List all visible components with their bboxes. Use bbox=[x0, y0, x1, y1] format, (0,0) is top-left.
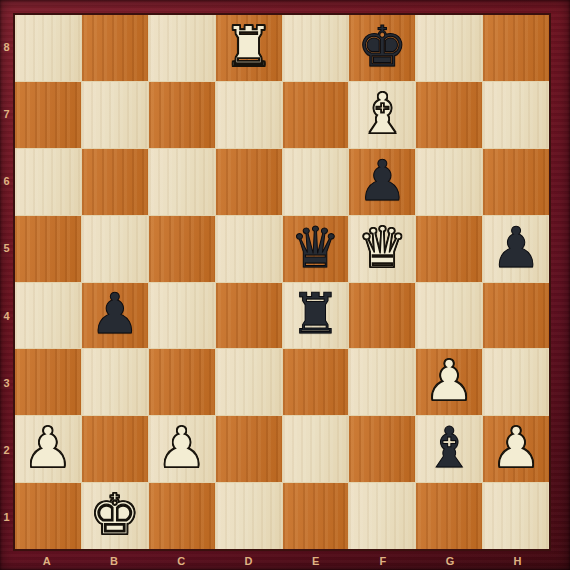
square-b1[interactable]: ♚ bbox=[82, 483, 148, 549]
file-label-a: A bbox=[13, 551, 80, 570]
square-a1[interactable] bbox=[15, 483, 81, 549]
square-h6[interactable] bbox=[483, 149, 549, 215]
square-e4[interactable]: ♜ bbox=[283, 283, 349, 349]
rank-label-5: 5 bbox=[0, 215, 13, 282]
square-c5[interactable] bbox=[149, 216, 215, 282]
file-label-f: F bbox=[349, 551, 416, 570]
file-labels: ABCDEFGH bbox=[13, 551, 551, 570]
file-label-d: D bbox=[215, 551, 282, 570]
white-pawn-c2[interactable]: ♟ bbox=[157, 420, 207, 476]
square-f7[interactable]: ♝ bbox=[349, 82, 415, 148]
black-rook-e4[interactable]: ♜ bbox=[290, 286, 340, 342]
square-g2[interactable]: ♝ bbox=[416, 416, 482, 482]
square-f3[interactable] bbox=[349, 349, 415, 415]
square-d3[interactable] bbox=[216, 349, 282, 415]
square-f2[interactable] bbox=[349, 416, 415, 482]
white-rook-d8[interactable]: ♜ bbox=[223, 19, 273, 75]
square-e8[interactable] bbox=[283, 15, 349, 81]
square-f5[interactable]: ♛ bbox=[349, 216, 415, 282]
file-label-c: C bbox=[148, 551, 215, 570]
square-d5[interactable] bbox=[216, 216, 282, 282]
square-h8[interactable] bbox=[483, 15, 549, 81]
square-g4[interactable] bbox=[416, 283, 482, 349]
square-d8[interactable]: ♜ bbox=[216, 15, 282, 81]
square-a4[interactable] bbox=[15, 283, 81, 349]
square-d6[interactable] bbox=[216, 149, 282, 215]
square-a3[interactable] bbox=[15, 349, 81, 415]
square-g8[interactable] bbox=[416, 15, 482, 81]
square-d1[interactable] bbox=[216, 483, 282, 549]
square-h1[interactable] bbox=[483, 483, 549, 549]
rank-label-6: 6 bbox=[0, 148, 13, 215]
white-king-b1[interactable]: ♚ bbox=[90, 487, 140, 543]
square-b6[interactable] bbox=[82, 149, 148, 215]
white-bishop-f7[interactable]: ♝ bbox=[357, 86, 407, 142]
rank-label-3: 3 bbox=[0, 349, 13, 416]
white-pawn-g3[interactable]: ♟ bbox=[424, 353, 474, 409]
square-h2[interactable]: ♟ bbox=[483, 416, 549, 482]
black-pawn-f6[interactable]: ♟ bbox=[357, 153, 407, 209]
square-b3[interactable] bbox=[82, 349, 148, 415]
square-a2[interactable]: ♟ bbox=[15, 416, 81, 482]
white-pawn-h2[interactable]: ♟ bbox=[491, 420, 541, 476]
square-h3[interactable] bbox=[483, 349, 549, 415]
square-b7[interactable] bbox=[82, 82, 148, 148]
square-d4[interactable] bbox=[216, 283, 282, 349]
white-pawn-a2[interactable]: ♟ bbox=[23, 420, 73, 476]
square-c3[interactable] bbox=[149, 349, 215, 415]
rank-label-7: 7 bbox=[0, 80, 13, 147]
square-d7[interactable] bbox=[216, 82, 282, 148]
black-pawn-b4[interactable]: ♟ bbox=[90, 286, 140, 342]
square-a7[interactable] bbox=[15, 82, 81, 148]
rank-labels: 87654321 bbox=[0, 13, 13, 551]
square-h7[interactable] bbox=[483, 82, 549, 148]
square-e1[interactable] bbox=[283, 483, 349, 549]
white-queen-f5[interactable]: ♛ bbox=[357, 220, 407, 276]
rank-label-4: 4 bbox=[0, 282, 13, 349]
chess-board-frame: 87654321 ABCDEFGH ♜♚♝♟♛♛♟♟♜♟♟♟♝♟♚ bbox=[0, 0, 570, 570]
square-f1[interactable] bbox=[349, 483, 415, 549]
square-a5[interactable] bbox=[15, 216, 81, 282]
square-g3[interactable]: ♟ bbox=[416, 349, 482, 415]
square-e2[interactable] bbox=[283, 416, 349, 482]
file-label-h: H bbox=[484, 551, 551, 570]
square-g7[interactable] bbox=[416, 82, 482, 148]
square-c7[interactable] bbox=[149, 82, 215, 148]
file-label-g: G bbox=[417, 551, 484, 570]
square-c1[interactable] bbox=[149, 483, 215, 549]
black-pawn-h5[interactable]: ♟ bbox=[491, 220, 541, 276]
rank-label-1: 1 bbox=[0, 484, 13, 551]
square-f8[interactable]: ♚ bbox=[349, 15, 415, 81]
square-b2[interactable] bbox=[82, 416, 148, 482]
square-e3[interactable] bbox=[283, 349, 349, 415]
square-h5[interactable]: ♟ bbox=[483, 216, 549, 282]
square-e7[interactable] bbox=[283, 82, 349, 148]
square-g1[interactable] bbox=[416, 483, 482, 549]
square-d2[interactable] bbox=[216, 416, 282, 482]
square-f6[interactable]: ♟ bbox=[349, 149, 415, 215]
square-b4[interactable]: ♟ bbox=[82, 283, 148, 349]
square-c6[interactable] bbox=[149, 149, 215, 215]
square-c2[interactable]: ♟ bbox=[149, 416, 215, 482]
square-c4[interactable] bbox=[149, 283, 215, 349]
chess-board: ♜♚♝♟♛♛♟♟♜♟♟♟♝♟♚ bbox=[13, 13, 551, 551]
square-g5[interactable] bbox=[416, 216, 482, 282]
rank-label-2: 2 bbox=[0, 417, 13, 484]
black-king-f8[interactable]: ♚ bbox=[357, 19, 407, 75]
square-b8[interactable] bbox=[82, 15, 148, 81]
black-bishop-g2[interactable]: ♝ bbox=[424, 420, 474, 476]
square-b5[interactable] bbox=[82, 216, 148, 282]
file-label-b: B bbox=[80, 551, 147, 570]
square-c8[interactable] bbox=[149, 15, 215, 81]
rank-label-8: 8 bbox=[0, 13, 13, 80]
square-e6[interactable] bbox=[283, 149, 349, 215]
black-queen-e5[interactable]: ♛ bbox=[290, 220, 340, 276]
square-h4[interactable] bbox=[483, 283, 549, 349]
square-e5[interactable]: ♛ bbox=[283, 216, 349, 282]
square-a6[interactable] bbox=[15, 149, 81, 215]
file-label-e: E bbox=[282, 551, 349, 570]
square-g6[interactable] bbox=[416, 149, 482, 215]
square-f4[interactable] bbox=[349, 283, 415, 349]
square-a8[interactable] bbox=[15, 15, 81, 81]
